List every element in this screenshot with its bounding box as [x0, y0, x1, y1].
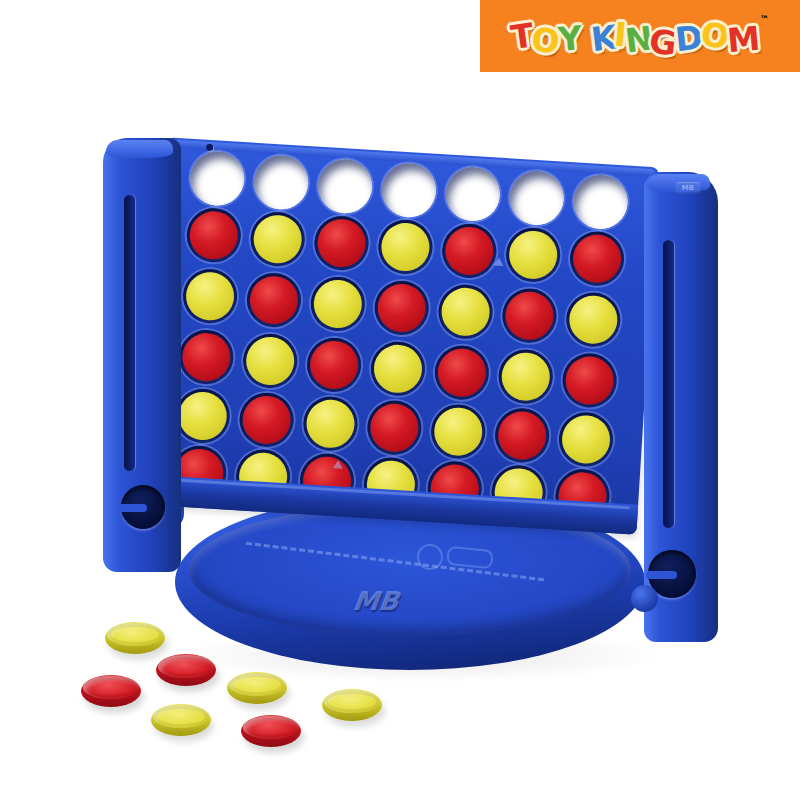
disc-face [181, 332, 232, 383]
foot-tab [119, 504, 147, 512]
board-disc-yellow [505, 226, 562, 283]
board-disc-red [366, 399, 423, 456]
disc-face [309, 340, 360, 391]
disc-face [504, 290, 555, 341]
loose-disc-red [156, 654, 216, 686]
right-pillar-slot [663, 240, 674, 528]
disc-face [241, 395, 292, 446]
logo-letter: Y [557, 21, 582, 56]
board-disc-yellow [497, 348, 554, 405]
board-disc-red [561, 352, 618, 409]
disc-face [373, 343, 424, 394]
disc-face [312, 279, 363, 330]
right-support-pillar: MB [644, 172, 718, 642]
board-disc-red [306, 336, 363, 393]
disc-face [436, 347, 487, 398]
board-disc-red [238, 391, 295, 448]
board-disc-red [313, 215, 370, 272]
board-disc-yellow [302, 395, 359, 452]
right-pillar-embossed-mb-text: MB [676, 182, 700, 194]
loose-disc-yellow [227, 672, 287, 704]
logo-letter: G [648, 24, 676, 59]
disc-face [185, 271, 236, 322]
board-disc-yellow [430, 403, 487, 460]
logo-letter: O [699, 17, 729, 53]
empty-slot [189, 150, 246, 207]
board-disc-red [441, 222, 498, 279]
board-disc-red [373, 279, 430, 336]
molded-arrow [493, 257, 503, 266]
board-disc-yellow [557, 411, 614, 468]
board-disc-red [245, 272, 302, 329]
empty-slot [253, 154, 310, 211]
board-disc-yellow [309, 275, 366, 332]
tray-embossed-logo [417, 544, 443, 570]
game-board-panel [144, 137, 659, 534]
left-support-pillar [103, 138, 181, 572]
board-disc-red [501, 287, 558, 344]
logo-letter: M [726, 21, 760, 57]
disc-face [305, 398, 356, 449]
disc-face [508, 229, 559, 280]
loose-disc-red [241, 715, 301, 747]
disc-face [376, 283, 427, 334]
loose-disc-yellow [151, 704, 211, 736]
board-disc-yellow [174, 387, 231, 444]
board-disc-red [433, 344, 490, 401]
disc-face [188, 210, 239, 261]
loose-disc-yellow [322, 689, 382, 721]
board-disc-yellow [242, 332, 299, 389]
store-logo-text: TOYKINGDOM [511, 20, 757, 53]
empty-slot [444, 165, 501, 222]
disc-face [568, 294, 619, 345]
disc-face [572, 233, 623, 284]
logo-letter: O [529, 22, 559, 58]
board-disc-yellow [377, 218, 434, 275]
disc-face [316, 218, 367, 269]
board-disc-red [178, 329, 235, 386]
disc-face [500, 351, 551, 402]
board-disc-yellow [565, 291, 622, 348]
board-disc-red [568, 230, 625, 287]
left-pillar-cap [106, 140, 173, 158]
disc-face [380, 222, 431, 273]
disc-face [249, 275, 300, 326]
left-pillar-slot [124, 195, 135, 471]
tray-embossed-mb-text: MB [351, 586, 401, 616]
foot-tab [646, 571, 677, 579]
board-disc-yellow [249, 211, 306, 268]
board-disc-red [494, 407, 551, 464]
disc-face [561, 414, 612, 465]
disc-face [245, 336, 296, 387]
store-logo-banner: TOYKINGDOM ™ [480, 0, 800, 72]
disc-face [497, 410, 548, 461]
board-disc-yellow [181, 268, 238, 325]
loose-disc-red [81, 675, 141, 707]
molded-arrow [333, 460, 343, 469]
disc-face [444, 226, 495, 277]
empty-slot [380, 162, 437, 219]
empty-slot [508, 169, 565, 226]
trademark-symbol: ™ [760, 14, 769, 24]
disc-face [369, 402, 420, 453]
product-photo: TOYKINGDOM ™ MB MB [0, 0, 800, 800]
board-disc-yellow [437, 283, 494, 340]
empty-slot [572, 173, 629, 230]
disc-face [177, 391, 228, 442]
left-pillar-foot-hole [121, 485, 165, 529]
disc-face [564, 355, 615, 406]
board-disc-yellow [369, 340, 426, 397]
right-hinge-knob [631, 585, 658, 612]
disc-face [433, 406, 484, 457]
loose-disc-yellow [105, 622, 165, 654]
board-grid [144, 137, 659, 534]
disc-face [440, 286, 491, 337]
board-disc-red [185, 207, 242, 264]
disc-face [252, 214, 303, 265]
empty-slot [316, 158, 373, 215]
